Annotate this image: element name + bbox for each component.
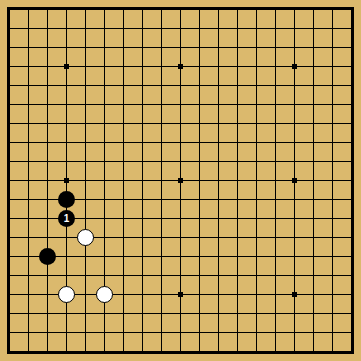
star-point [178, 64, 183, 69]
star-point [292, 64, 297, 69]
star-point [64, 178, 69, 183]
star-point [64, 64, 69, 69]
star-point [178, 292, 183, 297]
star-point [292, 178, 297, 183]
go-board[interactable]: 1 [0, 0, 361, 361]
star-point [178, 178, 183, 183]
move-number-label: 1 [64, 214, 70, 224]
star-point [292, 292, 297, 297]
